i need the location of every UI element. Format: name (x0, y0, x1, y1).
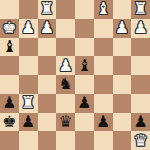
square-b3[interactable]: ♜ (19, 94, 38, 113)
square-e6[interactable] (75, 38, 94, 57)
square-b4[interactable] (19, 75, 38, 94)
square-e4[interactable] (75, 75, 94, 94)
square-f4[interactable] (94, 75, 113, 94)
square-e8[interactable] (75, 0, 94, 19)
piece-black-pawn[interactable]: ♟ (96, 113, 110, 129)
square-d7[interactable] (56, 19, 75, 38)
square-f8[interactable]: ♝ (94, 0, 113, 19)
square-d2[interactable]: ♛ (56, 113, 75, 132)
square-h8[interactable]: ♜ (131, 0, 150, 19)
square-f5[interactable] (94, 56, 113, 75)
piece-white-pawn[interactable]: ♟ (133, 20, 147, 36)
square-c4[interactable] (38, 75, 57, 94)
square-g6[interactable] (113, 38, 132, 57)
square-b7[interactable]: ♟ (19, 19, 38, 38)
square-e2[interactable] (75, 113, 94, 132)
square-c8[interactable]: ♜ (38, 0, 57, 19)
piece-white-bishop[interactable]: ♝ (96, 1, 110, 17)
square-g1[interactable] (113, 131, 132, 150)
square-f7[interactable] (94, 19, 113, 38)
piece-black-pawn[interactable]: ♟ (2, 95, 16, 111)
square-e5[interactable]: ♝ (75, 56, 94, 75)
square-e1[interactable] (75, 131, 94, 150)
piece-black-king[interactable]: ♚ (2, 113, 16, 129)
piece-white-pawn[interactable]: ♟ (58, 57, 72, 73)
square-g3[interactable] (113, 94, 132, 113)
piece-white-rook[interactable]: ♜ (133, 1, 147, 17)
square-h4[interactable] (131, 75, 150, 94)
square-a2[interactable]: ♚ (0, 113, 19, 132)
piece-black-bishop[interactable]: ♝ (2, 38, 16, 54)
square-g5[interactable] (113, 56, 132, 75)
square-c6[interactable] (38, 38, 57, 57)
square-b2[interactable]: ♟ (19, 113, 38, 132)
square-h1[interactable]: ♛ (131, 131, 150, 150)
square-e7[interactable] (75, 19, 94, 38)
square-d8[interactable] (56, 0, 75, 19)
square-a5[interactable] (0, 56, 19, 75)
piece-black-pawn[interactable]: ♟ (21, 113, 35, 129)
square-b8[interactable] (19, 0, 38, 19)
piece-white-rook[interactable]: ♜ (21, 95, 35, 111)
piece-black-pawn[interactable]: ♟ (133, 113, 147, 129)
square-d4[interactable]: ♞ (56, 75, 75, 94)
square-b6[interactable] (19, 38, 38, 57)
square-h6[interactable] (131, 38, 150, 57)
piece-black-knight[interactable]: ♞ (58, 76, 72, 92)
square-f2[interactable]: ♟ (94, 113, 113, 132)
square-g7[interactable]: ♟ (113, 19, 132, 38)
piece-white-pawn[interactable]: ♟ (21, 20, 35, 36)
square-a6[interactable]: ♝ (0, 38, 19, 57)
square-g2[interactable] (113, 113, 132, 132)
square-c3[interactable] (38, 94, 57, 113)
square-h2[interactable]: ♟ (131, 113, 150, 132)
piece-black-pawn[interactable]: ♟ (77, 95, 91, 111)
piece-white-king[interactable]: ♚ (2, 20, 16, 36)
square-d3[interactable] (56, 94, 75, 113)
square-b1[interactable] (19, 131, 38, 150)
piece-white-pawn[interactable]: ♟ (115, 20, 129, 36)
square-f3[interactable] (94, 94, 113, 113)
square-c1[interactable] (38, 131, 57, 150)
square-a1[interactable] (0, 131, 19, 150)
piece-white-rook[interactable]: ♜ (40, 1, 54, 17)
square-a8[interactable] (0, 0, 19, 19)
square-d6[interactable] (56, 38, 75, 57)
square-a4[interactable] (0, 75, 19, 94)
square-c2[interactable] (38, 113, 57, 132)
piece-white-queen[interactable]: ♛ (133, 132, 147, 148)
square-h3[interactable] (131, 94, 150, 113)
piece-black-queen[interactable]: ♛ (58, 113, 72, 129)
square-f6[interactable] (94, 38, 113, 57)
square-g8[interactable] (113, 0, 132, 19)
square-g4[interactable] (113, 75, 132, 94)
piece-black-bishop[interactable]: ♝ (77, 57, 91, 73)
square-d1[interactable] (56, 131, 75, 150)
square-h7[interactable]: ♟ (131, 19, 150, 38)
square-c7[interactable]: ♟ (38, 19, 57, 38)
square-e3[interactable]: ♟ (75, 94, 94, 113)
chess-board: ♜♝♜♚♟♟♟♟♝♟♝♞♟♜♟♚♟♛♟♟♛ (0, 0, 150, 150)
square-b5[interactable] (19, 56, 38, 75)
square-f1[interactable] (94, 131, 113, 150)
piece-white-pawn[interactable]: ♟ (40, 20, 54, 36)
square-c5[interactable] (38, 56, 57, 75)
square-a7[interactable]: ♚ (0, 19, 19, 38)
square-d5[interactable]: ♟ (56, 56, 75, 75)
square-h5[interactable] (131, 56, 150, 75)
square-a3[interactable]: ♟ (0, 94, 19, 113)
